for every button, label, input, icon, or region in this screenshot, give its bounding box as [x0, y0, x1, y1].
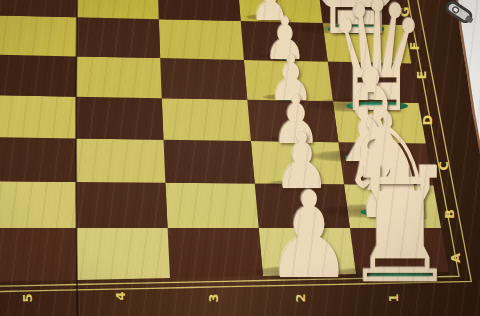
- square-f5: [0, 15, 77, 56]
- file-label-B: B: [442, 209, 457, 219]
- felt-base: [283, 138, 310, 143]
- square-g5: [0, 0, 78, 17]
- file-label-G: G: [397, 7, 412, 18]
- file-label-A: A: [448, 253, 463, 263]
- felt-base: [273, 56, 296, 60]
- square-c1: [338, 142, 433, 185]
- rank-label-2: 2: [293, 293, 308, 302]
- square-e5: [0, 55, 76, 97]
- square-b3: [165, 183, 258, 228]
- rank-label-4: 4: [113, 291, 128, 300]
- square-a3: [168, 228, 263, 278]
- file-label-E: E: [414, 71, 429, 80]
- rank-label-5: 5: [20, 293, 35, 302]
- square-a5: [0, 228, 77, 282]
- file-label-F: F: [407, 42, 422, 51]
- square-g2: [238, 0, 323, 23]
- square-c5: [0, 137, 76, 182]
- felt-base: [286, 183, 317, 188]
- chess-set-photo: 54321ABCDEFG ♟♚♟♛♟♝♟♞♟♜♟: [0, 0, 480, 316]
- square-c3: [164, 140, 255, 184]
- square-c4: [76, 138, 165, 182]
- file-label-C: C: [436, 161, 451, 171]
- felt-base: [368, 270, 432, 281]
- square-d5: [0, 95, 76, 138]
- felt-base: [361, 207, 420, 217]
- square-e3: [160, 58, 247, 100]
- rank-label-1: 1: [386, 293, 401, 302]
- square-e1: [328, 62, 419, 103]
- square-e4: [76, 56, 162, 98]
- square-d3: [162, 98, 251, 141]
- square-a4: [76, 228, 170, 280]
- square-g4: [77, 0, 159, 19]
- felt-base: [278, 96, 303, 100]
- square-b5: [0, 181, 76, 228]
- square-c2: [251, 141, 344, 184]
- felt-base: [328, 24, 383, 33]
- square-d4: [76, 97, 164, 140]
- square-g3: [158, 0, 241, 21]
- rank-label-3: 3: [206, 293, 221, 302]
- square-f4: [76, 17, 160, 58]
- square-f3: [159, 19, 244, 60]
- felt-base: [346, 101, 408, 111]
- file-label-D: D: [420, 114, 435, 125]
- square-b4: [76, 182, 168, 228]
